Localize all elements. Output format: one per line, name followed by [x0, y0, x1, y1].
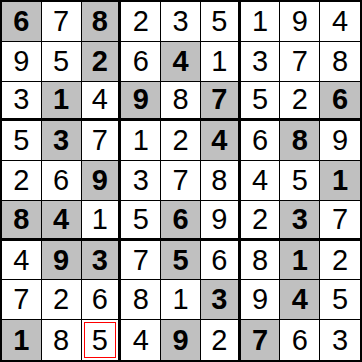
cell-r7c7[interactable]: 8	[241, 241, 281, 281]
cell-r1c7[interactable]: 1	[241, 2, 281, 42]
cell-r2c6[interactable]: 1	[201, 42, 241, 82]
cell-r6c7[interactable]: 2	[241, 201, 281, 241]
cell-r9c5[interactable]: 9	[161, 320, 201, 360]
cell-r4c1[interactable]: 5	[2, 121, 42, 161]
cell-r1c9[interactable]: 4	[320, 2, 360, 42]
cell-r7c9[interactable]: 2	[320, 241, 360, 281]
cell-r2c1[interactable]: 9	[2, 42, 42, 82]
cell-r3c2[interactable]: 1	[42, 82, 82, 122]
cell-r2c3[interactable]: 2	[82, 42, 122, 82]
cell-r5c9[interactable]: 1	[320, 161, 360, 201]
cell-r7c4[interactable]: 7	[121, 241, 161, 281]
cell-r3c8[interactable]: 2	[280, 82, 320, 122]
cell-r8c7[interactable]: 9	[241, 280, 281, 320]
cell-r9c2[interactable]: 8	[42, 320, 82, 360]
cell-r7c6[interactable]: 6	[201, 241, 241, 281]
cell-r5c2[interactable]: 6	[42, 161, 82, 201]
cell-r5c4[interactable]: 3	[121, 161, 161, 201]
cell-r9c1[interactable]: 1	[2, 320, 42, 360]
cell-r3c4[interactable]: 9	[121, 82, 161, 122]
cell-r9c6[interactable]: 2	[201, 320, 241, 360]
cell-r4c6[interactable]: 4	[201, 121, 241, 161]
cell-r2c8[interactable]: 7	[280, 42, 320, 82]
cell-r4c8[interactable]: 8	[280, 121, 320, 161]
cell-r1c5[interactable]: 3	[161, 2, 201, 42]
cell-r5c5[interactable]: 7	[161, 161, 201, 201]
sudoku-board: 6782351949526413783149875265371246892693…	[0, 0, 362, 362]
cell-r8c1[interactable]: 7	[2, 280, 42, 320]
cell-r8c5[interactable]: 1	[161, 280, 201, 320]
cell-r9c4[interactable]: 4	[121, 320, 161, 360]
cell-r1c2[interactable]: 7	[42, 2, 82, 42]
cell-r4c4[interactable]: 1	[121, 121, 161, 161]
cell-r8c4[interactable]: 8	[121, 280, 161, 320]
cell-r1c8[interactable]: 9	[280, 2, 320, 42]
cell-r6c4[interactable]: 5	[121, 201, 161, 241]
cell-r2c7[interactable]: 3	[241, 42, 281, 82]
cell-r5c6[interactable]: 8	[201, 161, 241, 201]
cell-r8c9[interactable]: 5	[320, 280, 360, 320]
cell-r2c9[interactable]: 8	[320, 42, 360, 82]
cell-r5c8[interactable]: 5	[280, 161, 320, 201]
cell-r9c7[interactable]: 7	[241, 320, 281, 360]
cell-r6c6[interactable]: 9	[201, 201, 241, 241]
cell-r3c5[interactable]: 8	[161, 82, 201, 122]
cell-r1c3[interactable]: 8	[82, 2, 122, 42]
cell-r9c8[interactable]: 6	[280, 320, 320, 360]
cell-r8c3[interactable]: 6	[82, 280, 122, 320]
cell-r3c6[interactable]: 7	[201, 82, 241, 122]
cell-r3c3[interactable]: 4	[82, 82, 122, 122]
cell-r1c1[interactable]: 6	[2, 2, 42, 42]
cell-r8c2[interactable]: 2	[42, 280, 82, 320]
cell-r4c3[interactable]: 7	[82, 121, 122, 161]
cell-r4c7[interactable]: 6	[241, 121, 281, 161]
cell-r2c5[interactable]: 4	[161, 42, 201, 82]
cell-r6c8[interactable]: 3	[280, 201, 320, 241]
cell-r5c3[interactable]: 9	[82, 161, 122, 201]
cell-r2c2[interactable]: 5	[42, 42, 82, 82]
cell-r7c5[interactable]: 5	[161, 241, 201, 281]
cell-r7c1[interactable]: 4	[2, 241, 42, 281]
cell-r9c3[interactable]: 5	[82, 320, 122, 360]
cell-r6c3[interactable]: 1	[82, 201, 122, 241]
cell-r6c9[interactable]: 7	[320, 201, 360, 241]
cell-r7c8[interactable]: 1	[280, 241, 320, 281]
cell-r8c6[interactable]: 3	[201, 280, 241, 320]
cell-r6c1[interactable]: 8	[2, 201, 42, 241]
cell-r7c2[interactable]: 9	[42, 241, 82, 281]
cell-r5c1[interactable]: 2	[2, 161, 42, 201]
cell-r5c7[interactable]: 4	[241, 161, 281, 201]
cell-r3c1[interactable]: 3	[2, 82, 42, 122]
cell-r4c9[interactable]: 9	[320, 121, 360, 161]
cell-r8c8[interactable]: 4	[280, 280, 320, 320]
cell-r1c6[interactable]: 5	[201, 2, 241, 42]
cell-r4c5[interactable]: 2	[161, 121, 201, 161]
cell-r3c7[interactable]: 5	[241, 82, 281, 122]
cell-r9c9[interactable]: 3	[320, 320, 360, 360]
cell-r4c2[interactable]: 3	[42, 121, 82, 161]
cell-r6c5[interactable]: 6	[161, 201, 201, 241]
cell-r7c3[interactable]: 3	[82, 241, 122, 281]
cell-r3c9[interactable]: 6	[320, 82, 360, 122]
cell-r6c2[interactable]: 4	[42, 201, 82, 241]
cell-r2c4[interactable]: 6	[121, 42, 161, 82]
cell-r1c4[interactable]: 2	[121, 2, 161, 42]
